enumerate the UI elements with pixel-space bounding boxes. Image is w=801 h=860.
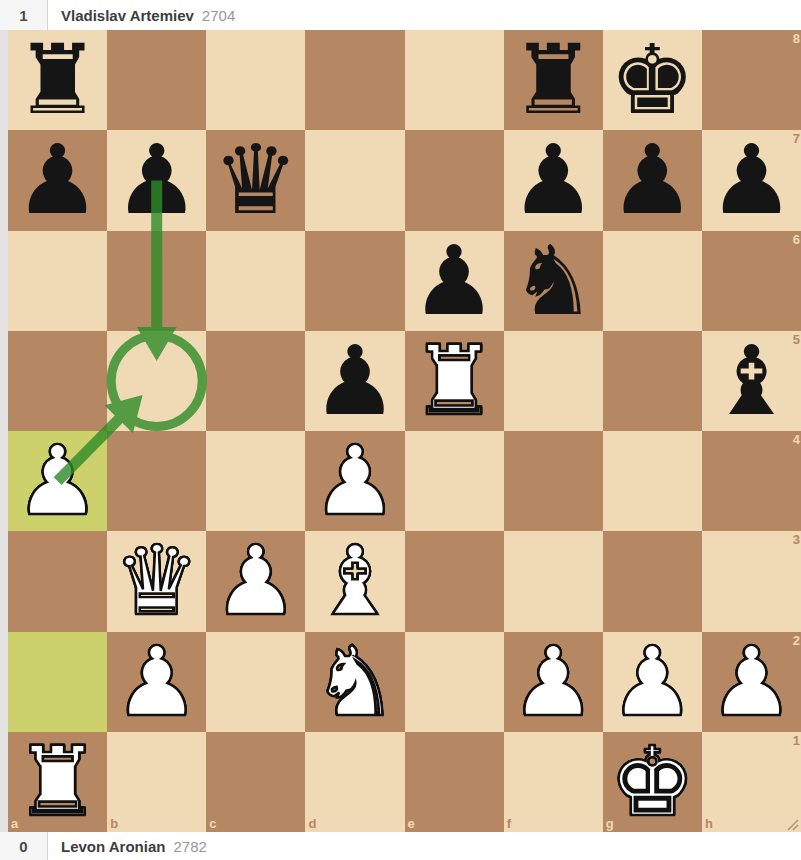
white-queen[interactable]: ♛ — [107, 531, 206, 631]
black-rook[interactable]: ♜ — [8, 30, 107, 130]
square-f4[interactable] — [504, 431, 603, 531]
white-pawn[interactable]: ♟ — [504, 632, 603, 732]
board: ♜♜♚8♟♟♛♟♟7♟♟♞6♟♜5♝♟♟4♛♟♝3♟♞♟♟2♟a♜bcdefg♚… — [8, 30, 801, 832]
black-pawn[interactable]: ♟ — [504, 130, 603, 230]
black-pawn[interactable]: ♟ — [305, 331, 404, 431]
square-g1[interactable]: g♚ — [603, 732, 702, 832]
square-a4[interactable]: ♟ — [8, 431, 107, 531]
file-label-b: b — [110, 817, 118, 830]
square-c3[interactable]: ♟ — [206, 531, 305, 631]
square-e3[interactable] — [405, 531, 504, 631]
black-rook[interactable]: ♜ — [504, 30, 603, 130]
square-a2[interactable] — [8, 632, 107, 732]
square-b1[interactable]: b — [107, 732, 206, 832]
square-d8[interactable] — [305, 30, 404, 130]
square-d6[interactable] — [305, 231, 404, 331]
square-f6[interactable]: ♞ — [504, 231, 603, 331]
square-d4[interactable]: ♟ — [305, 431, 404, 531]
white-rook[interactable]: ♜ — [405, 331, 504, 431]
bottom-player-bar: 0 Levon Aronian 2782 — [0, 832, 801, 860]
square-g6[interactable] — [603, 231, 702, 331]
white-pawn[interactable]: ♟ — [702, 632, 801, 732]
square-b7[interactable]: ♟ — [107, 130, 206, 230]
black-pawn[interactable]: ♟ — [8, 130, 107, 230]
square-d3[interactable]: ♝ — [305, 531, 404, 631]
resize-grip-icon — [786, 818, 799, 831]
white-pawn[interactable]: ♟ — [107, 632, 206, 732]
square-c6[interactable] — [206, 231, 305, 331]
square-a1[interactable]: a♜ — [8, 732, 107, 832]
square-g3[interactable] — [603, 531, 702, 631]
top-player-score: 1 — [0, 0, 48, 30]
file-label-e: e — [408, 817, 415, 830]
board-resize-handle[interactable] — [786, 817, 799, 830]
black-pawn[interactable]: ♟ — [107, 130, 206, 230]
square-b4[interactable] — [107, 431, 206, 531]
bottom-player-rating: 2782 — [173, 838, 206, 855]
square-c1[interactable]: c — [206, 732, 305, 832]
square-d1[interactable]: d — [305, 732, 404, 832]
square-e1[interactable]: e — [405, 732, 504, 832]
square-h3[interactable]: 3 — [702, 531, 801, 631]
rank-label-8: 8 — [793, 32, 800, 45]
white-pawn[interactable]: ♟ — [603, 632, 702, 732]
square-g2[interactable]: ♟ — [603, 632, 702, 732]
black-pawn[interactable]: ♟ — [603, 130, 702, 230]
square-f5[interactable] — [504, 331, 603, 431]
square-e2[interactable] — [405, 632, 504, 732]
square-f1[interactable]: f — [504, 732, 603, 832]
square-b8[interactable] — [107, 30, 206, 130]
white-knight[interactable]: ♞ — [305, 632, 404, 732]
square-d2[interactable]: ♞ — [305, 632, 404, 732]
square-c8[interactable] — [206, 30, 305, 130]
file-label-f: f — [507, 817, 511, 830]
white-pawn[interactable]: ♟ — [305, 431, 404, 531]
white-king[interactable]: ♚ — [603, 732, 702, 832]
square-c2[interactable] — [206, 632, 305, 732]
square-a5[interactable] — [8, 331, 107, 431]
black-pawn[interactable]: ♟ — [405, 231, 504, 331]
board-area: ♜♜♚8♟♟♛♟♟7♟♟♞6♟♜5♝♟♟4♛♟♝3♟♞♟♟2♟a♜bcdefg♚… — [0, 30, 801, 832]
square-c4[interactable] — [206, 431, 305, 531]
square-g5[interactable] — [603, 331, 702, 431]
square-b5[interactable] — [107, 331, 206, 431]
square-h2[interactable]: 2♟ — [702, 632, 801, 732]
square-b3[interactable]: ♛ — [107, 531, 206, 631]
square-e8[interactable] — [405, 30, 504, 130]
square-g7[interactable]: ♟ — [603, 130, 702, 230]
white-bishop[interactable]: ♝ — [305, 531, 404, 631]
square-h8[interactable]: 8 — [702, 30, 801, 130]
top-player-name: Vladislav Artemiev — [61, 7, 194, 24]
file-label-d: d — [308, 817, 316, 830]
square-e7[interactable] — [405, 130, 504, 230]
square-e6[interactable]: ♟ — [405, 231, 504, 331]
square-c5[interactable] — [206, 331, 305, 431]
square-f3[interactable] — [504, 531, 603, 631]
square-f7[interactable]: ♟ — [504, 130, 603, 230]
square-g4[interactable] — [603, 431, 702, 531]
square-e5[interactable]: ♜ — [405, 331, 504, 431]
bottom-player-score: 0 — [0, 832, 48, 860]
square-b2[interactable]: ♟ — [107, 632, 206, 732]
top-player-bar: 1 Vladislav Artemiev 2704 — [0, 0, 801, 30]
black-king[interactable]: ♚ — [603, 30, 702, 130]
file-label-c: c — [209, 817, 216, 830]
rank-label-3: 3 — [793, 533, 800, 546]
square-d5[interactable]: ♟ — [305, 331, 404, 431]
white-pawn[interactable]: ♟ — [206, 531, 305, 631]
square-b6[interactable] — [107, 231, 206, 331]
square-a7[interactable]: ♟ — [8, 130, 107, 230]
bottom-player-name: Levon Aronian — [61, 838, 165, 855]
black-queen[interactable]: ♛ — [206, 130, 305, 230]
top-player-rating: 2704 — [202, 7, 235, 24]
square-h5[interactable]: 5♝ — [702, 331, 801, 431]
square-a6[interactable] — [8, 231, 107, 331]
square-h7[interactable]: 7♟ — [702, 130, 801, 230]
black-pawn[interactable]: ♟ — [702, 130, 801, 230]
file-label-h: h — [705, 817, 713, 830]
square-d7[interactable] — [305, 130, 404, 230]
square-c7[interactable]: ♛ — [206, 130, 305, 230]
white-rook[interactable]: ♜ — [8, 732, 107, 832]
black-knight[interactable]: ♞ — [504, 231, 603, 331]
black-bishop[interactable]: ♝ — [702, 331, 801, 431]
square-h4[interactable]: 4 — [702, 431, 801, 531]
square-g8[interactable]: ♚ — [603, 30, 702, 130]
square-f2[interactable]: ♟ — [504, 632, 603, 732]
white-pawn[interactable]: ♟ — [8, 431, 107, 531]
square-h6[interactable]: 6 — [702, 231, 801, 331]
square-f8[interactable]: ♜ — [504, 30, 603, 130]
square-a8[interactable]: ♜ — [8, 30, 107, 130]
square-e4[interactable] — [405, 431, 504, 531]
square-a3[interactable] — [8, 531, 107, 631]
